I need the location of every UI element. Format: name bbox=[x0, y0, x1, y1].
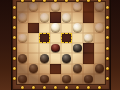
black-man[interactable] bbox=[29, 64, 38, 73]
square-r4c4 bbox=[50, 33, 61, 43]
white-man[interactable] bbox=[73, 23, 82, 32]
gold-stud-icon bbox=[21, 86, 24, 89]
square-r5c7[interactable] bbox=[83, 43, 94, 53]
gold-stud-icon bbox=[65, 86, 68, 89]
black-man[interactable] bbox=[40, 54, 49, 63]
square-r3c6[interactable] bbox=[72, 23, 83, 33]
square-r8c4 bbox=[50, 74, 61, 84]
square-r1c6[interactable] bbox=[72, 2, 83, 12]
selected-black-man[interactable] bbox=[51, 44, 60, 53]
black-man[interactable] bbox=[62, 75, 71, 84]
gold-stud-icon bbox=[98, 86, 101, 89]
gold-stud-icon bbox=[43, 86, 46, 89]
square-r7c8[interactable] bbox=[94, 64, 105, 74]
square-r7c3 bbox=[39, 64, 50, 74]
highlight-square-r4c3[interactable] bbox=[39, 33, 50, 43]
gold-stud-icon bbox=[13, 47, 16, 50]
square-r7c7 bbox=[83, 64, 94, 74]
square-r8c2 bbox=[28, 74, 39, 84]
square-r2c6 bbox=[72, 12, 83, 22]
square-r3c4[interactable] bbox=[50, 23, 61, 33]
gold-stud-icon bbox=[106, 6, 109, 9]
gold-stud-icon bbox=[13, 67, 16, 70]
gold-stud-icon bbox=[13, 16, 16, 19]
square-r4c2 bbox=[28, 33, 39, 43]
square-r8c6 bbox=[72, 74, 83, 84]
black-man[interactable] bbox=[40, 75, 49, 84]
black-man[interactable] bbox=[95, 64, 104, 73]
square-r8c1[interactable] bbox=[17, 74, 28, 84]
black-man[interactable] bbox=[73, 44, 82, 53]
gold-stud-icon bbox=[13, 6, 16, 9]
square-r2c4[interactable] bbox=[50, 12, 61, 22]
square-r3c7 bbox=[83, 23, 94, 33]
square-r6c4 bbox=[50, 53, 61, 63]
square-r4c8 bbox=[94, 33, 105, 43]
white-man[interactable] bbox=[84, 34, 93, 43]
square-r3c1 bbox=[17, 23, 28, 33]
square-r2c2 bbox=[28, 12, 39, 22]
gold-stud-icon bbox=[106, 57, 109, 60]
square-r5c4[interactable] bbox=[50, 43, 61, 53]
white-man[interactable] bbox=[95, 3, 104, 12]
square-r4c7[interactable] bbox=[83, 33, 94, 43]
square-r6c3[interactable] bbox=[39, 53, 50, 63]
square-r2c1[interactable] bbox=[17, 12, 28, 22]
square-r1c5 bbox=[61, 2, 72, 12]
gold-stud-icon bbox=[76, 86, 79, 89]
square-r7c4[interactable] bbox=[50, 64, 61, 74]
square-r8c3[interactable] bbox=[39, 74, 50, 84]
square-r2c8 bbox=[94, 12, 105, 22]
black-man[interactable] bbox=[62, 54, 71, 63]
gold-stud-icon bbox=[32, 86, 35, 89]
square-r7c1 bbox=[17, 64, 28, 74]
square-r5c3 bbox=[39, 43, 50, 53]
square-r5c8 bbox=[94, 43, 105, 53]
square-r1c4[interactable] bbox=[50, 2, 61, 12]
square-r2c7[interactable] bbox=[83, 12, 94, 22]
black-man[interactable] bbox=[73, 64, 82, 73]
square-r5c1 bbox=[17, 43, 28, 53]
square-r3c2[interactable] bbox=[28, 23, 39, 33]
white-man[interactable] bbox=[95, 23, 104, 32]
gold-stud-icon bbox=[13, 57, 16, 60]
black-man[interactable] bbox=[84, 75, 93, 84]
square-r1c1 bbox=[17, 2, 28, 12]
white-man[interactable] bbox=[62, 13, 71, 22]
square-r3c3 bbox=[39, 23, 50, 33]
square-r6c5[interactable] bbox=[61, 53, 72, 63]
square-r6c1[interactable] bbox=[17, 53, 28, 63]
white-man[interactable] bbox=[51, 3, 60, 12]
gold-stud-icon bbox=[54, 86, 57, 89]
gold-stud-icon bbox=[106, 16, 109, 19]
gold-stud-icon bbox=[106, 67, 109, 70]
square-r7c6[interactable] bbox=[72, 64, 83, 74]
gold-stud-icon bbox=[106, 26, 109, 29]
square-r2c5[interactable] bbox=[61, 12, 72, 22]
white-man[interactable] bbox=[29, 3, 38, 12]
square-r1c7[interactable] bbox=[83, 2, 94, 12]
checkers-game-screen bbox=[0, 0, 120, 90]
square-r3c8[interactable] bbox=[94, 23, 105, 33]
square-r5c2 bbox=[28, 43, 39, 53]
white-man[interactable] bbox=[18, 13, 27, 22]
square-r3c5 bbox=[61, 23, 72, 33]
square-r6c7[interactable] bbox=[83, 53, 94, 63]
white-man[interactable] bbox=[40, 13, 49, 22]
white-man[interactable] bbox=[51, 23, 60, 32]
square-r8c5[interactable] bbox=[61, 74, 72, 84]
checkers-board[interactable] bbox=[17, 2, 105, 84]
square-r6c2 bbox=[28, 53, 39, 63]
gold-stud-icon bbox=[13, 26, 16, 29]
square-r7c2[interactable] bbox=[28, 64, 39, 74]
square-r1c3 bbox=[39, 2, 50, 12]
square-r8c8 bbox=[94, 74, 105, 84]
square-r4c6 bbox=[72, 33, 83, 43]
square-r1c2[interactable] bbox=[28, 2, 39, 12]
highlight-square-r4c5[interactable] bbox=[61, 33, 72, 43]
gold-stud-icon bbox=[106, 47, 109, 50]
square-r1c8[interactable] bbox=[94, 2, 105, 12]
black-man[interactable] bbox=[18, 75, 27, 84]
square-r6c6 bbox=[72, 53, 83, 63]
black-man[interactable] bbox=[18, 54, 27, 63]
square-r4c1[interactable] bbox=[17, 33, 28, 43]
square-r8c7[interactable] bbox=[83, 74, 94, 84]
square-r2c3[interactable] bbox=[39, 12, 50, 22]
gold-stud-icon bbox=[87, 86, 90, 89]
white-man[interactable] bbox=[73, 3, 82, 12]
square-r6c8 bbox=[94, 53, 105, 63]
white-man[interactable] bbox=[18, 34, 27, 43]
square-r5c6[interactable] bbox=[72, 43, 83, 53]
square-r7c5 bbox=[61, 64, 72, 74]
square-r5c5 bbox=[61, 43, 72, 53]
